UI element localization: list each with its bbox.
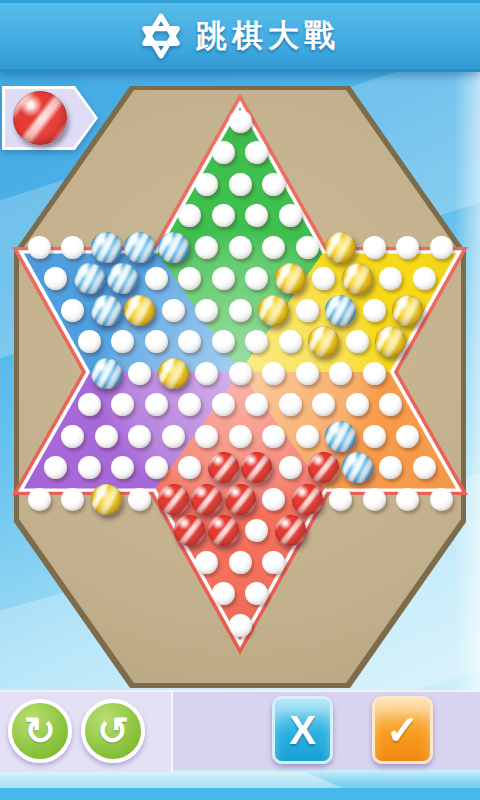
marble-yellow[interactable] — [275, 263, 306, 294]
hole[interactable] — [363, 362, 386, 385]
hole[interactable] — [312, 267, 335, 290]
hole[interactable] — [195, 551, 218, 574]
hexagram-star-icon — [140, 13, 182, 59]
marble-yellow[interactable] — [308, 326, 339, 357]
hole[interactable] — [346, 393, 369, 416]
bottom-decoration — [0, 770, 480, 800]
hole[interactable] — [430, 236, 453, 259]
hole[interactable] — [245, 519, 268, 542]
marble-yellow[interactable] — [325, 232, 356, 263]
app-title: 跳棋大戰 — [196, 15, 340, 57]
hole[interactable] — [245, 582, 268, 605]
marble-red[interactable] — [308, 452, 339, 483]
hole[interactable] — [229, 173, 252, 196]
hole[interactable] — [111, 330, 134, 353]
hole[interactable] — [111, 393, 134, 416]
hole[interactable] — [245, 141, 268, 164]
hole[interactable] — [363, 488, 386, 511]
hole[interactable] — [413, 456, 436, 479]
confirm-check-icon: ✓ — [386, 707, 420, 753]
marble-yellow[interactable] — [342, 263, 373, 294]
marble-red[interactable] — [158, 484, 189, 515]
cancel-x-icon: X — [289, 708, 316, 753]
marble-blue[interactable] — [124, 232, 155, 263]
hole[interactable] — [262, 551, 285, 574]
hole[interactable] — [145, 393, 168, 416]
hole[interactable] — [262, 173, 285, 196]
marble-blue[interactable] — [91, 295, 122, 326]
hole[interactable] — [61, 425, 84, 448]
turn-indicator — [2, 86, 98, 150]
hole[interactable] — [279, 330, 302, 353]
hole[interactable] — [178, 330, 201, 353]
hole[interactable] — [195, 425, 218, 448]
redo-arrow-icon: ↺ — [97, 712, 129, 750]
hole[interactable] — [396, 236, 419, 259]
marble-blue[interactable] — [325, 295, 356, 326]
hole[interactable] — [346, 330, 369, 353]
hole[interactable] — [162, 425, 185, 448]
hole[interactable] — [145, 456, 168, 479]
hole[interactable] — [44, 267, 67, 290]
marble-blue[interactable] — [74, 263, 105, 294]
hole[interactable] — [78, 330, 101, 353]
marble-blue[interactable] — [325, 421, 356, 452]
hole[interactable] — [262, 488, 285, 511]
marble-red[interactable] — [225, 484, 256, 515]
hole[interactable] — [296, 425, 319, 448]
hole[interactable] — [363, 425, 386, 448]
hole[interactable] — [229, 299, 252, 322]
marble-red[interactable] — [191, 484, 222, 515]
marble-yellow[interactable] — [124, 295, 155, 326]
hole[interactable] — [95, 425, 118, 448]
hole[interactable] — [296, 362, 319, 385]
redo-button[interactable]: ↺ — [81, 699, 145, 763]
hole[interactable] — [128, 425, 151, 448]
hole[interactable] — [229, 614, 252, 637]
hole[interactable] — [245, 204, 268, 227]
marble-red[interactable] — [208, 515, 239, 546]
hole[interactable] — [111, 456, 134, 479]
hole[interactable] — [229, 551, 252, 574]
hole[interactable] — [379, 456, 402, 479]
marble-blue[interactable] — [107, 263, 138, 294]
marble-yellow[interactable] — [392, 295, 423, 326]
bottom-decoration-base — [0, 788, 480, 800]
cancel-move-button[interactable]: X — [272, 696, 333, 764]
hole[interactable] — [128, 362, 151, 385]
hole[interactable] — [212, 141, 235, 164]
hole[interactable] — [279, 456, 302, 479]
hole[interactable] — [279, 204, 302, 227]
hole[interactable] — [363, 236, 386, 259]
marble-red[interactable] — [292, 484, 323, 515]
bottom-decoration-highlight — [0, 772, 345, 789]
marble-yellow[interactable] — [158, 358, 189, 389]
marble-red[interactable] — [275, 515, 306, 546]
hole[interactable] — [61, 488, 84, 511]
hole[interactable] — [245, 267, 268, 290]
marble-blue[interactable] — [158, 232, 189, 263]
hole[interactable] — [28, 488, 51, 511]
marble-yellow[interactable] — [91, 484, 122, 515]
hole[interactable] — [229, 236, 252, 259]
hole[interactable] — [78, 456, 101, 479]
hole[interactable] — [212, 204, 235, 227]
hole[interactable] — [245, 393, 268, 416]
marble-yellow[interactable] — [375, 326, 406, 357]
hole[interactable] — [212, 582, 235, 605]
hole[interactable] — [61, 299, 84, 322]
marble-blue[interactable] — [91, 232, 122, 263]
hole[interactable] — [296, 236, 319, 259]
app-screen: 跳棋大戰 ↻ ↺ X ✓ — [0, 0, 480, 800]
hole[interactable] — [195, 236, 218, 259]
hole[interactable] — [379, 267, 402, 290]
hole[interactable] — [145, 267, 168, 290]
hole[interactable] — [128, 488, 151, 511]
marble-yellow[interactable] — [258, 295, 289, 326]
hole[interactable] — [61, 236, 84, 259]
current-player-marble-red — [13, 91, 67, 145]
hole[interactable] — [212, 393, 235, 416]
undo-button[interactable]: ↻ — [8, 699, 72, 763]
hole[interactable] — [413, 267, 436, 290]
hole[interactable] — [145, 330, 168, 353]
hole[interactable] — [296, 299, 319, 322]
hole[interactable] — [28, 236, 51, 259]
hole[interactable] — [178, 456, 201, 479]
hole[interactable] — [312, 393, 335, 416]
hole[interactable] — [262, 362, 285, 385]
hole[interactable] — [178, 267, 201, 290]
hole[interactable] — [363, 299, 386, 322]
confirm-move-button[interactable]: ✓ — [372, 696, 433, 764]
marble-blue[interactable] — [91, 358, 122, 389]
hole[interactable] — [195, 362, 218, 385]
hole[interactable] — [229, 425, 252, 448]
hole[interactable] — [212, 267, 235, 290]
hole[interactable] — [430, 488, 453, 511]
hole[interactable] — [279, 393, 302, 416]
hole[interactable] — [245, 330, 268, 353]
marble-red[interactable] — [208, 452, 239, 483]
hole[interactable] — [229, 110, 252, 133]
hole[interactable] — [379, 393, 402, 416]
marble-red[interactable] — [174, 515, 205, 546]
hole[interactable] — [162, 299, 185, 322]
hole[interactable] — [44, 456, 67, 479]
hole[interactable] — [329, 362, 352, 385]
marble-blue[interactable] — [342, 452, 373, 483]
hole[interactable] — [195, 299, 218, 322]
marble-red[interactable] — [241, 452, 272, 483]
hole[interactable] — [262, 236, 285, 259]
hole[interactable] — [78, 393, 101, 416]
hole[interactable] — [178, 204, 201, 227]
hole[interactable] — [229, 362, 252, 385]
hole[interactable] — [396, 425, 419, 448]
hole[interactable] — [212, 330, 235, 353]
title-bar: 跳棋大戰 — [0, 0, 480, 72]
hole[interactable] — [178, 393, 201, 416]
hole[interactable] — [329, 488, 352, 511]
hole[interactable] — [262, 425, 285, 448]
undo-arrow-icon: ↻ — [24, 712, 56, 750]
hole[interactable] — [195, 173, 218, 196]
hole[interactable] — [396, 488, 419, 511]
toolbar: ↻ ↺ X ✓ — [0, 690, 480, 770]
